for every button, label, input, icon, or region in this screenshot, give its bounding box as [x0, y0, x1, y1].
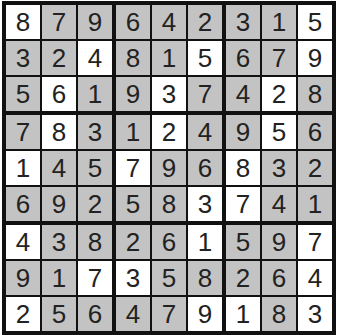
cell-r6c9[interactable]: 1: [298, 187, 332, 221]
cell-r2c3[interactable]: 4: [78, 41, 112, 75]
cell-r1c8[interactable]: 1: [262, 5, 296, 39]
cell-r6c1[interactable]: 6: [6, 187, 40, 221]
cell-r3c3[interactable]: 1: [78, 77, 112, 111]
cell-r9c4[interactable]: 4: [116, 297, 150, 331]
cell-r1c2[interactable]: 7: [42, 5, 76, 39]
cell-r3c8[interactable]: 2: [262, 77, 296, 111]
cell-r5c1[interactable]: 1: [6, 151, 40, 185]
cell-r5c8[interactable]: 3: [262, 151, 296, 185]
cell-r9c5[interactable]: 7: [152, 297, 186, 331]
cell-r8c8[interactable]: 6: [262, 261, 296, 295]
cell-r7c6[interactable]: 1: [188, 225, 222, 259]
box-3-3: 597264183: [226, 225, 332, 331]
cell-r9c9[interactable]: 3: [298, 297, 332, 331]
cell-r7c7[interactable]: 5: [226, 225, 260, 259]
cell-r2c9[interactable]: 9: [298, 41, 332, 75]
cell-r4c3[interactable]: 3: [78, 115, 112, 149]
cell-r1c4[interactable]: 6: [116, 5, 150, 39]
cell-r7c2[interactable]: 3: [42, 225, 76, 259]
box-1-2: 642815937: [116, 5, 222, 111]
box-2-3: 956832741: [226, 115, 332, 221]
cell-r4c1[interactable]: 7: [6, 115, 40, 149]
cell-r3c4[interactable]: 9: [116, 77, 150, 111]
cell-r8c6[interactable]: 8: [188, 261, 222, 295]
cell-r7c5[interactable]: 6: [152, 225, 186, 259]
cell-r6c2[interactable]: 9: [42, 187, 76, 221]
cell-r6c5[interactable]: 8: [152, 187, 186, 221]
cell-r3c9[interactable]: 8: [298, 77, 332, 111]
cell-r9c8[interactable]: 8: [262, 297, 296, 331]
box-1-3: 315679428: [226, 5, 332, 111]
cell-r8c1[interactable]: 9: [6, 261, 40, 295]
sudoku-board: 8793245616428159373156794287831456921247…: [2, 1, 336, 335]
cell-r7c9[interactable]: 7: [298, 225, 332, 259]
cell-r5c9[interactable]: 2: [298, 151, 332, 185]
cell-r3c5[interactable]: 3: [152, 77, 186, 111]
cell-r6c3[interactable]: 2: [78, 187, 112, 221]
cell-r2c5[interactable]: 1: [152, 41, 186, 75]
cell-r4c6[interactable]: 4: [188, 115, 222, 149]
cell-r9c3[interactable]: 6: [78, 297, 112, 331]
cell-r4c5[interactable]: 2: [152, 115, 186, 149]
box-3-1: 438917256: [6, 225, 112, 331]
cell-r2c2[interactable]: 2: [42, 41, 76, 75]
cell-r2c7[interactable]: 6: [226, 41, 260, 75]
cell-r3c2[interactable]: 6: [42, 77, 76, 111]
cell-r9c7[interactable]: 1: [226, 297, 260, 331]
cell-r2c8[interactable]: 7: [262, 41, 296, 75]
cell-r5c5[interactable]: 9: [152, 151, 186, 185]
cell-r4c9[interactable]: 6: [298, 115, 332, 149]
cell-r6c7[interactable]: 7: [226, 187, 260, 221]
cell-r5c4[interactable]: 7: [116, 151, 150, 185]
box-1-1: 879324561: [6, 5, 112, 111]
cell-r5c2[interactable]: 4: [42, 151, 76, 185]
box-2-2: 124796583: [116, 115, 222, 221]
cell-r9c1[interactable]: 2: [6, 297, 40, 331]
cell-r4c2[interactable]: 8: [42, 115, 76, 149]
cell-r5c6[interactable]: 6: [188, 151, 222, 185]
cell-r3c1[interactable]: 5: [6, 77, 40, 111]
cell-r2c1[interactable]: 3: [6, 41, 40, 75]
cell-r8c7[interactable]: 2: [226, 261, 260, 295]
cell-r6c4[interactable]: 5: [116, 187, 150, 221]
box-3-2: 261358479: [116, 225, 222, 331]
cell-r8c5[interactable]: 5: [152, 261, 186, 295]
cell-r1c7[interactable]: 3: [226, 5, 260, 39]
cell-r7c8[interactable]: 9: [262, 225, 296, 259]
cell-r5c7[interactable]: 8: [226, 151, 260, 185]
cell-r6c6[interactable]: 3: [188, 187, 222, 221]
cell-r8c2[interactable]: 1: [42, 261, 76, 295]
cell-r8c4[interactable]: 3: [116, 261, 150, 295]
cell-r8c3[interactable]: 7: [78, 261, 112, 295]
cell-r9c2[interactable]: 5: [42, 297, 76, 331]
cell-r4c8[interactable]: 5: [262, 115, 296, 149]
cell-r3c6[interactable]: 7: [188, 77, 222, 111]
cell-r2c4[interactable]: 8: [116, 41, 150, 75]
cell-r5c3[interactable]: 5: [78, 151, 112, 185]
cell-r1c6[interactable]: 2: [188, 5, 222, 39]
cell-r1c1[interactable]: 8: [6, 5, 40, 39]
cell-r8c9[interactable]: 4: [298, 261, 332, 295]
box-2-1: 783145692: [6, 115, 112, 221]
cell-r1c9[interactable]: 5: [298, 5, 332, 39]
cell-r1c3[interactable]: 9: [78, 5, 112, 39]
cell-r4c4[interactable]: 1: [116, 115, 150, 149]
cell-r7c3[interactable]: 8: [78, 225, 112, 259]
cell-r7c1[interactable]: 4: [6, 225, 40, 259]
cell-r1c5[interactable]: 4: [152, 5, 186, 39]
cell-r7c4[interactable]: 2: [116, 225, 150, 259]
cell-r4c7[interactable]: 9: [226, 115, 260, 149]
cell-r6c8[interactable]: 4: [262, 187, 296, 221]
cell-r9c6[interactable]: 9: [188, 297, 222, 331]
cell-r2c6[interactable]: 5: [188, 41, 222, 75]
cell-r3c7[interactable]: 4: [226, 77, 260, 111]
